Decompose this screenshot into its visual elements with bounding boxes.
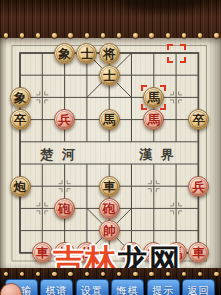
- piece-black-general[interactable]: 将: [99, 43, 120, 64]
- frame-stud: [20, 33, 25, 38]
- frame-stud: [166, 272, 171, 277]
- frame-stud: [133, 33, 138, 38]
- piece-black-horse[interactable]: 馬: [99, 109, 120, 130]
- toolbar-button-6[interactable]: 返回: [182, 279, 215, 295]
- frame-stud: [4, 33, 9, 38]
- frame-stud: [198, 33, 203, 38]
- frame-stud: [149, 33, 154, 38]
- frame-stud: [68, 272, 73, 277]
- piece-black-cannon[interactable]: 炮: [10, 176, 31, 197]
- frame-stud: [166, 33, 171, 38]
- frame-stud: [85, 272, 90, 277]
- piece-black-elephant[interactable]: 象: [54, 43, 75, 64]
- frame-stud: [149, 272, 154, 277]
- piece-black-pawn[interactable]: 卒: [10, 109, 31, 130]
- frame-stud: [52, 272, 57, 277]
- frame-stud: [36, 33, 41, 38]
- frame-stud: [182, 33, 187, 38]
- piece-red-general[interactable]: 帥: [99, 220, 120, 241]
- piece-black-chariot[interactable]: 車: [99, 176, 120, 197]
- piece-red-cannon[interactable]: 砲: [99, 198, 120, 219]
- frame-stud: [214, 33, 219, 38]
- river-label-han: 漢界: [139, 146, 183, 164]
- frame-stud: [68, 33, 73, 38]
- frame-stud: [4, 272, 9, 277]
- frame-stud: [198, 272, 203, 277]
- frame-stud: [20, 272, 25, 277]
- piece-black-advisor[interactable]: 士: [76, 43, 97, 64]
- frame-stud: [36, 272, 41, 277]
- toolbar-button-4[interactable]: 悔棋: [111, 279, 144, 295]
- frame-stud: [117, 272, 122, 277]
- toolbar-button-3[interactable]: 设置: [76, 279, 109, 295]
- piece-red-pawn[interactable]: 兵: [188, 176, 209, 197]
- frame-stud: [85, 33, 90, 38]
- piece-black-elephant[interactable]: 象: [10, 87, 31, 108]
- frame-stud: [133, 272, 138, 277]
- frame-stud: [117, 33, 122, 38]
- toolbar-button-2[interactable]: 棋谱: [40, 279, 73, 295]
- xiangqi-app-screen: 楚河 漢界 象士将士象馬卒兵馬馬卒炮車兵砲砲帥車相仕仕相馬車 吉林龙网 认输棋谱…: [0, 0, 221, 295]
- frame-stud: [101, 33, 106, 38]
- frame-stud: [101, 272, 106, 277]
- toolbar-button-5[interactable]: 提示: [147, 279, 180, 295]
- piece-black-advisor[interactable]: 士: [99, 65, 120, 86]
- piece-black-pawn[interactable]: 卒: [188, 109, 209, 130]
- piece-red-cannon[interactable]: 砲: [54, 198, 75, 219]
- piece-red-chariot[interactable]: 車: [32, 242, 53, 263]
- frame-stud: [52, 33, 57, 38]
- frame-stud: [214, 272, 219, 277]
- river-label-chu: 楚河: [40, 146, 84, 164]
- frame-stud: [182, 272, 187, 277]
